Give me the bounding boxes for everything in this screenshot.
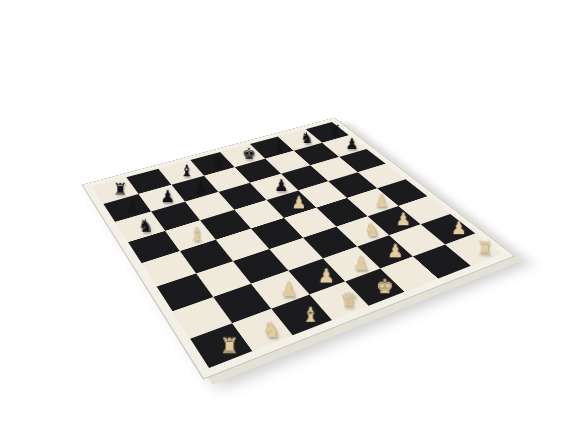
white-pawn-c2: ♟ — [267, 280, 310, 300]
white-bishop-c1: ♝ — [288, 305, 333, 325]
black-pawn-b7: ♟ — [149, 189, 186, 206]
black-pawn-a7: ♟ — [113, 198, 150, 215]
black-knight-a6: ♞ — [126, 217, 165, 235]
black-pawn-e6: ♟ — [263, 177, 299, 193]
white-pawn-e5: ♟ — [280, 195, 317, 212]
white-knight-f3: ♞ — [352, 222, 391, 240]
white-pawn-h2: ♟ — [438, 219, 477, 237]
product-photo-chess-set: ♜♝♛♚♝♞♜♟♟♟♟♞♟♝♟♟♞♟♟♟♟♟♟♜♞♝♛♚♜ — [0, 0, 570, 448]
white-pawn-g4: ♟ — [363, 193, 400, 210]
white-pawn-d2: ♟ — [304, 267, 346, 286]
black-pawn-c7: ♟ — [183, 179, 219, 195]
white-rook-h1: ♜ — [464, 240, 504, 258]
chess-board: ♜♝♛♚♝♞♜♟♟♟♟♞♟♝♟♟♞♟♟♟♟♟♟♜♞♝♛♚♜ — [83, 118, 514, 378]
white-knight-b1: ♞ — [248, 320, 294, 341]
black-king-e8: ♚ — [232, 146, 266, 161]
black-queen-d8: ♛ — [201, 155, 235, 170]
black-pawn-h7: ♟ — [335, 137, 368, 152]
white-rook-a1: ♜ — [205, 336, 252, 357]
black-bishop-f8: ♝ — [262, 138, 295, 153]
black-rook-a8: ♜ — [102, 181, 138, 197]
white-bishop-b5: ♝ — [177, 226, 216, 244]
black-knight-g8: ♞ — [290, 131, 322, 146]
